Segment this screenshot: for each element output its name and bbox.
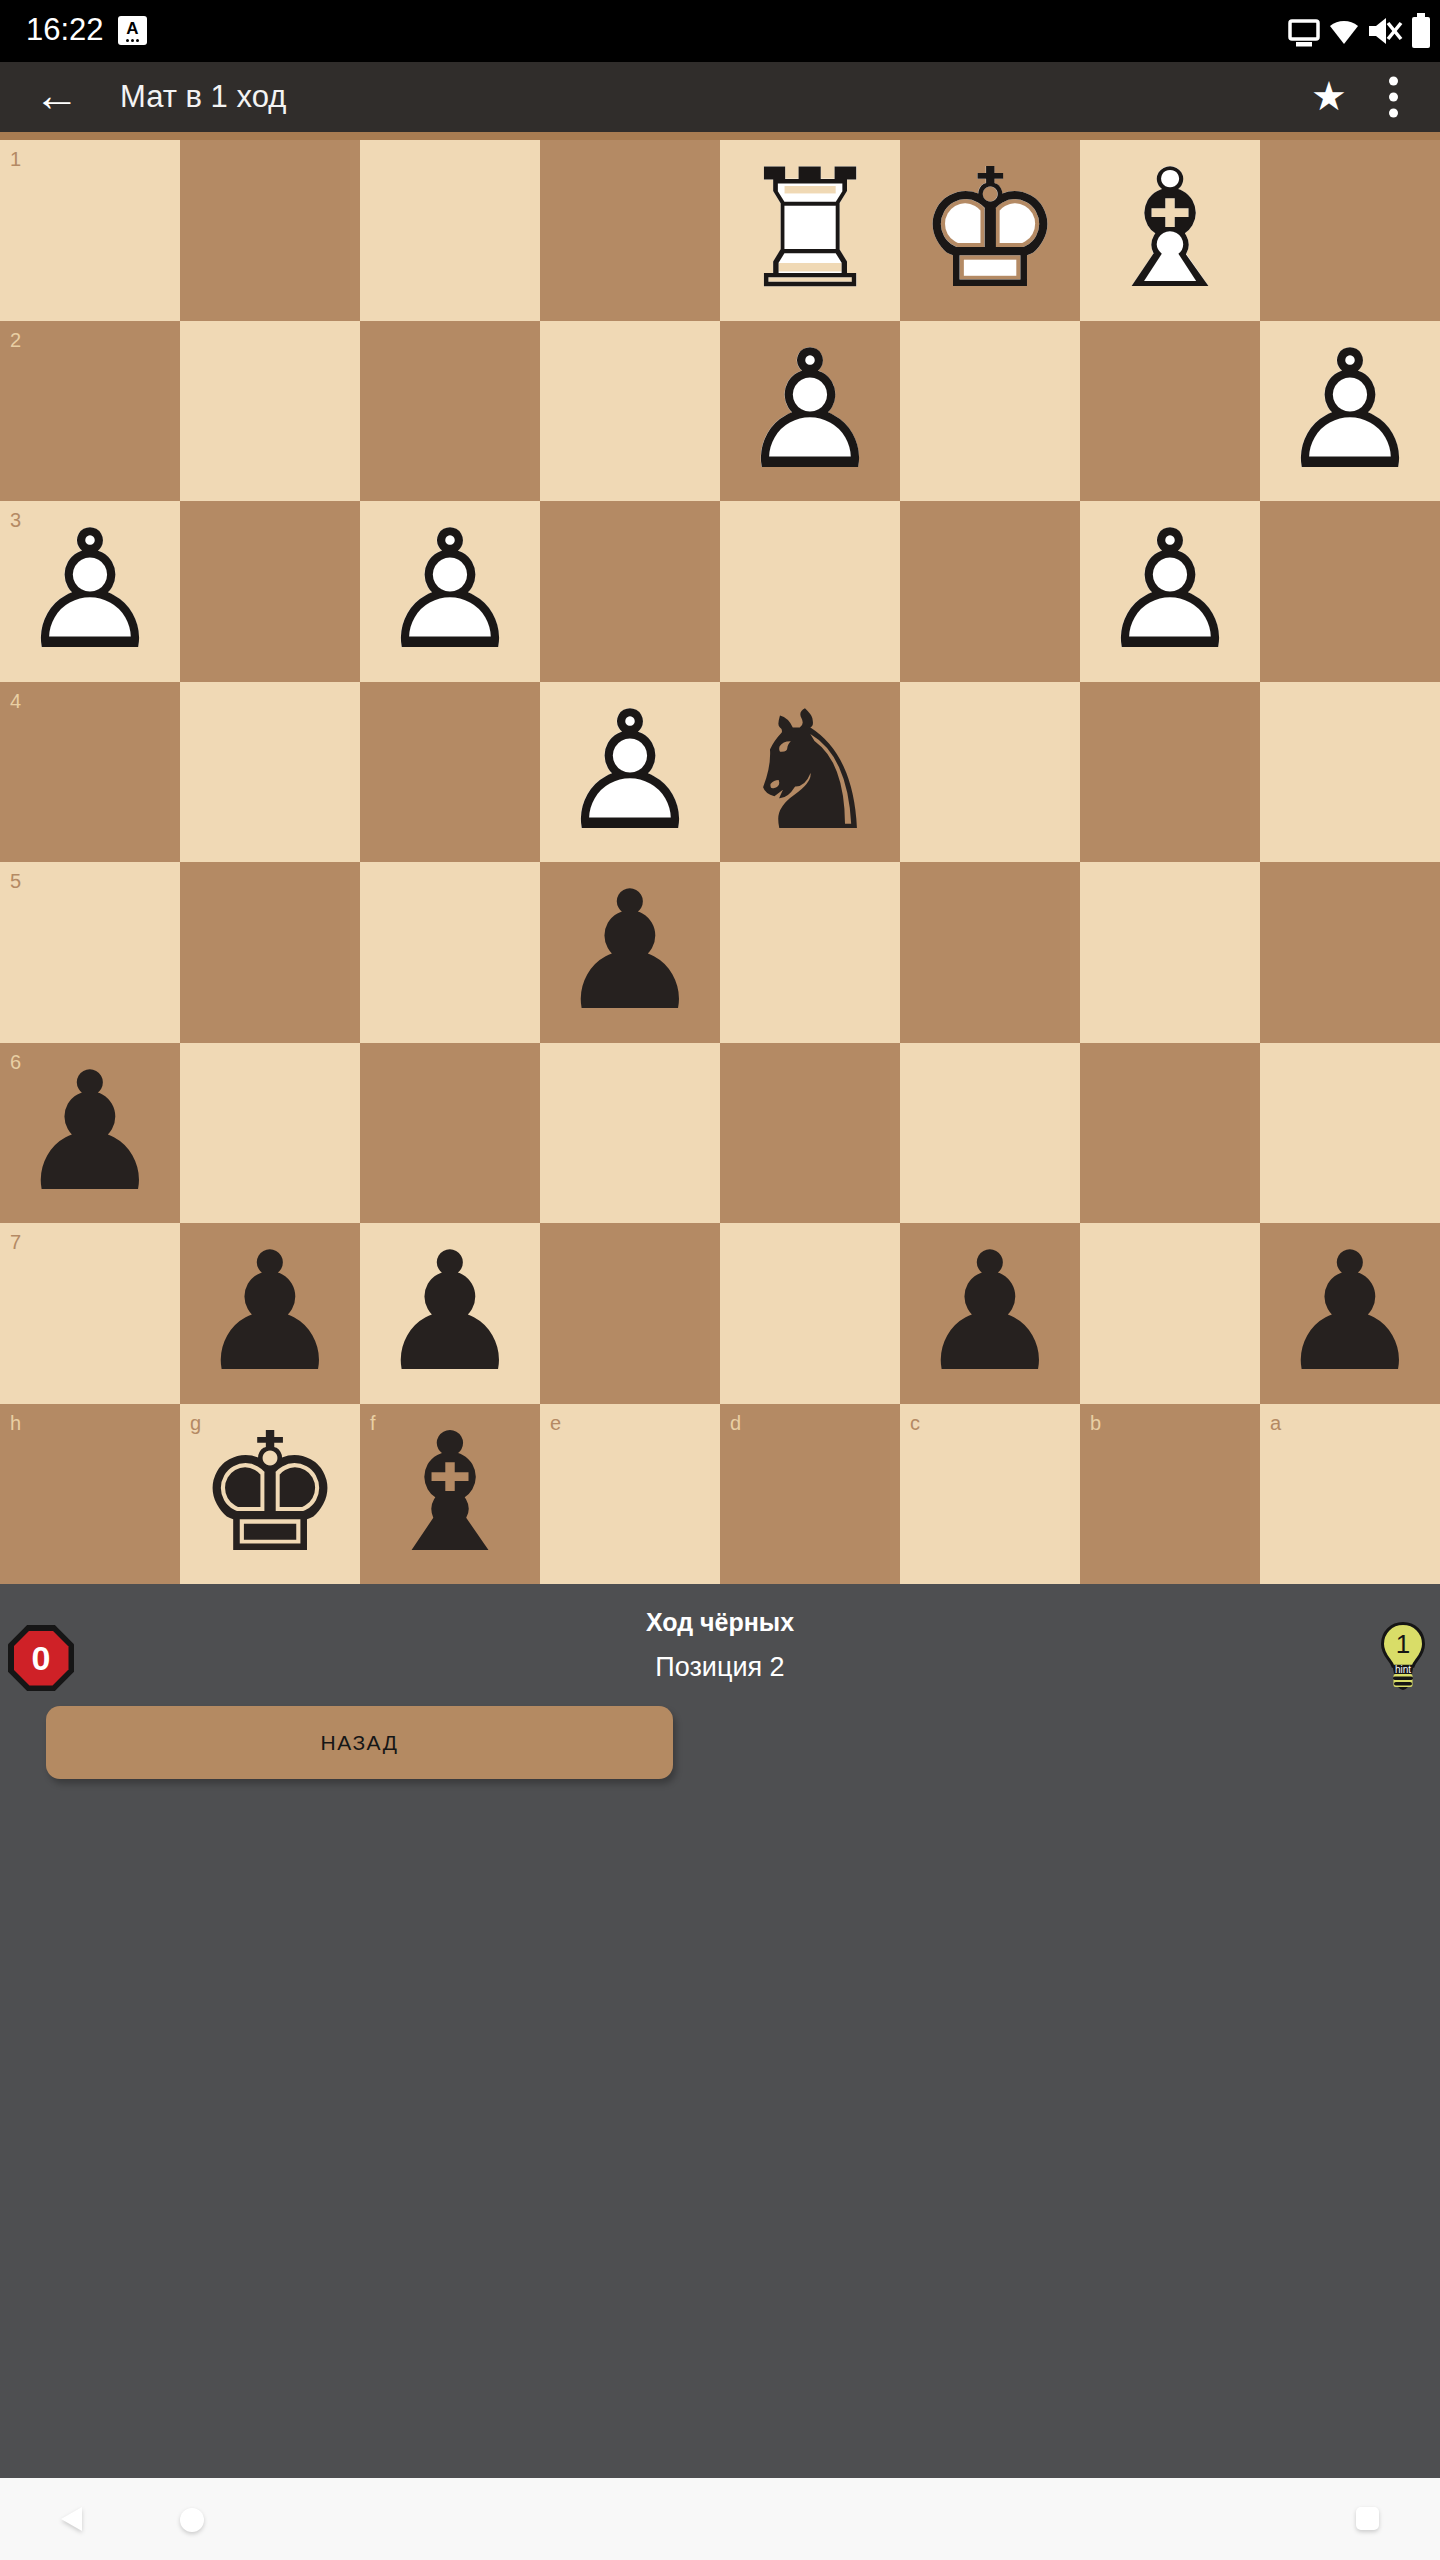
black-pawn: ♟ bbox=[900, 1223, 1080, 1404]
status-icons bbox=[1287, 0, 1432, 62]
black-pawn: ♟ bbox=[540, 862, 720, 1043]
square-c2[interactable] bbox=[900, 321, 1080, 502]
back-button[interactable]: НАЗАД bbox=[46, 1706, 673, 1779]
hint-bulb-icon[interactable]: 1 hint bbox=[1379, 1621, 1427, 1695]
square-b7[interactable] bbox=[1080, 1223, 1260, 1404]
square-e8[interactable]: e bbox=[540, 1404, 720, 1585]
square-g2[interactable] bbox=[180, 321, 360, 502]
white-king: ♚♔ bbox=[900, 140, 1080, 321]
white-pawn: ♟♙ bbox=[540, 682, 720, 863]
square-b1[interactable]: ♝♗ bbox=[1080, 140, 1260, 321]
white-pawn: ♟♙ bbox=[0, 501, 180, 682]
square-d6[interactable] bbox=[720, 1043, 900, 1224]
file-label: d bbox=[730, 1413, 741, 1433]
square-e4[interactable]: ♟♙ bbox=[540, 682, 720, 863]
black-knight: ♞ bbox=[720, 682, 900, 863]
black-pawn: ♟ bbox=[180, 1223, 360, 1404]
square-h5[interactable]: 5 bbox=[0, 862, 180, 1043]
square-h7[interactable]: 7 bbox=[0, 1223, 180, 1404]
square-d4[interactable]: ♞ bbox=[720, 682, 900, 863]
square-c4[interactable] bbox=[900, 682, 1080, 863]
square-f7[interactable]: ♟ bbox=[360, 1223, 540, 1404]
square-h3[interactable]: 3♟♙ bbox=[0, 501, 180, 682]
square-a1[interactable] bbox=[1260, 140, 1440, 321]
bottom-panel: 0 Ход чёрных Позиция 2 1 hint НАЗАД bbox=[0, 1584, 1440, 2478]
square-f2[interactable] bbox=[360, 321, 540, 502]
turn-indicator: Ход чёрных bbox=[0, 1608, 1440, 1637]
position-label: Позиция 2 bbox=[0, 1652, 1440, 1683]
square-b8[interactable]: b bbox=[1080, 1404, 1260, 1585]
rank-label: 7 bbox=[10, 1232, 21, 1252]
square-g5[interactable] bbox=[180, 862, 360, 1043]
file-label: b bbox=[1090, 1413, 1101, 1433]
square-c6[interactable] bbox=[900, 1043, 1080, 1224]
nav-recents-icon[interactable] bbox=[1356, 2507, 1379, 2530]
volume-muted-icon bbox=[1367, 14, 1403, 48]
square-b4[interactable] bbox=[1080, 682, 1260, 863]
square-d1[interactable]: ♜♖ bbox=[720, 140, 900, 321]
square-g3[interactable] bbox=[180, 501, 360, 682]
black-pawn: ♟ bbox=[0, 1043, 180, 1224]
square-e7[interactable] bbox=[540, 1223, 720, 1404]
clock: 16:22 bbox=[26, 12, 104, 48]
square-f5[interactable] bbox=[360, 862, 540, 1043]
square-d5[interactable] bbox=[720, 862, 900, 1043]
square-c3[interactable] bbox=[900, 501, 1080, 682]
square-a3[interactable] bbox=[1260, 501, 1440, 682]
square-h1[interactable]: 1 bbox=[0, 140, 180, 321]
screen-cast-icon bbox=[1287, 14, 1321, 48]
white-rook: ♜♖ bbox=[720, 140, 900, 321]
square-f6[interactable] bbox=[360, 1043, 540, 1224]
app-bar: ← Мат в 1 ход ★ bbox=[0, 62, 1440, 132]
wifi-icon bbox=[1328, 14, 1360, 48]
square-a5[interactable] bbox=[1260, 862, 1440, 1043]
black-king: ♚ bbox=[180, 1404, 360, 1585]
rank-label: 1 bbox=[10, 149, 21, 169]
square-g7[interactable]: ♟ bbox=[180, 1223, 360, 1404]
square-c8[interactable]: c bbox=[900, 1404, 1080, 1585]
white-pawn: ♟♙ bbox=[720, 321, 900, 502]
square-a7[interactable]: ♟ bbox=[1260, 1223, 1440, 1404]
file-label: h bbox=[10, 1413, 21, 1433]
rank-label: 2 bbox=[10, 330, 21, 350]
square-c1[interactable]: ♚♔ bbox=[900, 140, 1080, 321]
square-e6[interactable] bbox=[540, 1043, 720, 1224]
square-c5[interactable] bbox=[900, 862, 1080, 1043]
square-e1[interactable] bbox=[540, 140, 720, 321]
app-icon-dots bbox=[126, 39, 139, 42]
square-c7[interactable]: ♟ bbox=[900, 1223, 1080, 1404]
back-arrow-icon[interactable]: ← bbox=[34, 72, 80, 118]
black-pawn: ♟ bbox=[360, 1223, 540, 1404]
black-bishop: ♝ bbox=[360, 1404, 540, 1585]
file-label: c bbox=[910, 1413, 920, 1433]
android-nav-bar bbox=[0, 2478, 1440, 2560]
overflow-menu-icon[interactable] bbox=[1389, 77, 1398, 118]
rank-label: 5 bbox=[10, 871, 21, 891]
square-b3[interactable]: ♟♙ bbox=[1080, 501, 1260, 682]
chess-board: 1♜♖♚♔♝♗2♟♙♟♙3♟♙♟♙♟♙4♟♙♞5♟6♟7♟♟♟♟hg♚f♝edc… bbox=[0, 140, 1440, 1584]
square-f1[interactable] bbox=[360, 140, 540, 321]
square-e5[interactable]: ♟ bbox=[540, 862, 720, 1043]
square-a2[interactable]: ♟♙ bbox=[1260, 321, 1440, 502]
square-h2[interactable]: 2 bbox=[0, 321, 180, 502]
square-d8[interactable]: d bbox=[720, 1404, 900, 1585]
square-g6[interactable] bbox=[180, 1043, 360, 1224]
hint-count: 1 bbox=[1396, 1629, 1410, 1659]
square-e2[interactable] bbox=[540, 321, 720, 502]
square-h6[interactable]: 6♟ bbox=[0, 1043, 180, 1224]
rank-label: 4 bbox=[10, 691, 21, 711]
square-f4[interactable] bbox=[360, 682, 540, 863]
square-b5[interactable] bbox=[1080, 862, 1260, 1043]
battery-icon bbox=[1410, 11, 1432, 51]
status-bar: 16:22 A bbox=[0, 0, 1440, 62]
page-title: Мат в 1 ход bbox=[120, 79, 286, 115]
square-h8[interactable]: h bbox=[0, 1404, 180, 1585]
square-h4[interactable]: 4 bbox=[0, 682, 180, 863]
square-f3[interactable]: ♟♙ bbox=[360, 501, 540, 682]
square-a6[interactable] bbox=[1260, 1043, 1440, 1224]
square-a4[interactable] bbox=[1260, 682, 1440, 863]
file-label: a bbox=[1270, 1413, 1281, 1433]
black-pawn: ♟ bbox=[1260, 1223, 1440, 1404]
square-d3[interactable] bbox=[720, 501, 900, 682]
square-a8[interactable]: a bbox=[1260, 1404, 1440, 1585]
white-pawn: ♟♙ bbox=[1080, 501, 1260, 682]
screen: 16:22 A ← Мат в 1 ход bbox=[0, 0, 1440, 2560]
square-f8[interactable]: f♝ bbox=[360, 1404, 540, 1585]
white-pawn: ♟♙ bbox=[1260, 321, 1440, 502]
app-icon-letter: A bbox=[126, 20, 138, 37]
favorite-star-icon[interactable]: ★ bbox=[1311, 76, 1347, 116]
hint-word: hint bbox=[1395, 1664, 1411, 1675]
white-pawn: ♟♙ bbox=[360, 501, 540, 682]
square-e3[interactable] bbox=[540, 501, 720, 682]
square-g1[interactable] bbox=[180, 140, 360, 321]
nav-home-icon[interactable] bbox=[180, 2508, 204, 2532]
square-d7[interactable] bbox=[720, 1223, 900, 1404]
white-bishop: ♝♗ bbox=[1080, 140, 1260, 321]
file-label: e bbox=[550, 1413, 561, 1433]
square-g8[interactable]: g♚ bbox=[180, 1404, 360, 1585]
nav-back-icon[interactable] bbox=[58, 2505, 84, 2533]
square-b2[interactable] bbox=[1080, 321, 1260, 502]
square-d2[interactable]: ♟♙ bbox=[720, 321, 900, 502]
notification-app-icon: A bbox=[118, 16, 147, 45]
square-g4[interactable] bbox=[180, 682, 360, 863]
square-b6[interactable] bbox=[1080, 1043, 1260, 1224]
